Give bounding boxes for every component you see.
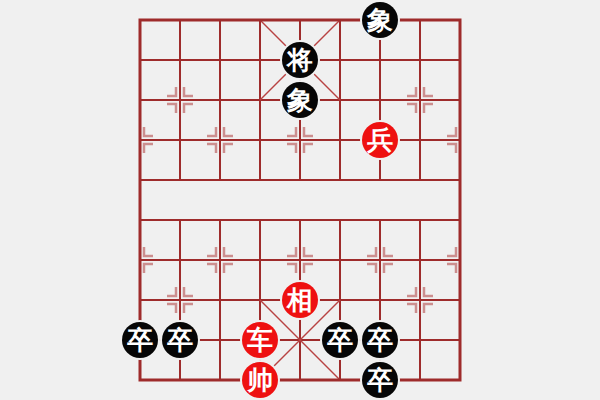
red-chariot[interactable]: 车 — [242, 322, 278, 358]
black-soldier[interactable]: 卒 — [162, 322, 198, 358]
black-soldier[interactable]: 卒 — [362, 322, 398, 358]
black-elephant[interactable]: 象 — [282, 82, 318, 118]
black-soldier[interactable]: 卒 — [362, 362, 398, 398]
red-soldier[interactable]: 兵 — [362, 122, 398, 158]
xiangqi-app: 象将象兵相卒卒车卒卒帅卒 — [0, 0, 600, 400]
red-general[interactable]: 帅 — [242, 362, 278, 398]
black-elephant[interactable]: 象 — [362, 2, 398, 38]
black-soldier[interactable]: 卒 — [322, 322, 358, 358]
black-general[interactable]: 将 — [282, 42, 318, 78]
piece-grid: 象将象兵相卒卒车卒卒帅卒 — [120, 0, 480, 400]
black-soldier[interactable]: 卒 — [122, 322, 158, 358]
red-elephant[interactable]: 相 — [282, 282, 318, 318]
